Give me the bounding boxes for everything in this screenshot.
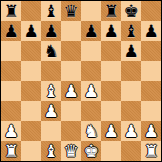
piece-black-pawn[interactable]: ♟ [23, 21, 38, 41]
square-h7[interactable]: ♟ [141, 21, 161, 41]
piece-white-pawn[interactable]: ♟ [123, 121, 138, 141]
piece-white-bishop[interactable]: ♝ [43, 81, 58, 101]
chess-board-frame: ♜♝♛♜♚♟♟♟♟♟♝♟♞♟♝♟♟♟♟♞♟♟♟♜♝♛♚♜ [0, 0, 162, 162]
piece-black-queen[interactable]: ♛ [63, 1, 78, 21]
square-e6[interactable] [81, 41, 101, 61]
piece-black-bishop[interactable]: ♝ [43, 1, 58, 21]
piece-black-pawn[interactable]: ♟ [83, 21, 98, 41]
square-f4[interactable] [101, 81, 121, 101]
square-d2[interactable] [61, 121, 81, 141]
square-e1[interactable]: ♚ [81, 141, 101, 161]
square-f5[interactable] [101, 61, 121, 81]
square-h5[interactable] [141, 61, 161, 81]
square-f7[interactable]: ♟ [101, 21, 121, 41]
piece-black-bishop[interactable]: ♝ [123, 21, 138, 41]
square-c3[interactable]: ♟ [41, 101, 61, 121]
square-e3[interactable] [81, 101, 101, 121]
piece-white-pawn[interactable]: ♟ [103, 121, 118, 141]
piece-black-king[interactable]: ♚ [123, 1, 138, 21]
square-a8[interactable]: ♜ [1, 1, 21, 21]
square-a1[interactable]: ♜ [1, 141, 21, 161]
square-h8[interactable] [141, 1, 161, 21]
square-d6[interactable] [61, 41, 81, 61]
square-e4[interactable]: ♟ [81, 81, 101, 101]
piece-white-king[interactable]: ♚ [83, 141, 98, 161]
square-f2[interactable]: ♟ [101, 121, 121, 141]
square-b4[interactable] [21, 81, 41, 101]
piece-white-pawn[interactable]: ♟ [143, 121, 158, 141]
piece-black-pawn[interactable]: ♟ [43, 21, 58, 41]
piece-black-pawn[interactable]: ♟ [123, 41, 138, 61]
piece-black-pawn[interactable]: ♟ [103, 21, 118, 41]
square-f3[interactable] [101, 101, 121, 121]
square-d1[interactable]: ♛ [61, 141, 81, 161]
square-h4[interactable] [141, 81, 161, 101]
square-g6[interactable]: ♟ [121, 41, 141, 61]
square-d3[interactable] [61, 101, 81, 121]
square-e8[interactable] [81, 1, 101, 21]
square-h2[interactable]: ♟ [141, 121, 161, 141]
piece-black-rook[interactable]: ♜ [103, 1, 118, 21]
square-f8[interactable]: ♜ [101, 1, 121, 21]
piece-black-rook[interactable]: ♜ [3, 1, 18, 21]
square-e2[interactable]: ♞ [81, 121, 101, 141]
square-a3[interactable] [1, 101, 21, 121]
square-c2[interactable] [41, 121, 61, 141]
square-a7[interactable]: ♟ [1, 21, 21, 41]
piece-white-knight[interactable]: ♞ [83, 121, 98, 141]
square-d7[interactable] [61, 21, 81, 41]
piece-white-pawn[interactable]: ♟ [83, 81, 98, 101]
piece-black-pawn[interactable]: ♟ [3, 21, 18, 41]
piece-white-pawn[interactable]: ♟ [63, 81, 78, 101]
square-b6[interactable] [21, 41, 41, 61]
square-d5[interactable] [61, 61, 81, 81]
square-g1[interactable] [121, 141, 141, 161]
square-c5[interactable] [41, 61, 61, 81]
chess-board: ♜♝♛♜♚♟♟♟♟♟♝♟♞♟♝♟♟♟♟♞♟♟♟♜♝♛♚♜ [1, 1, 161, 161]
square-h1[interactable]: ♜ [141, 141, 161, 161]
square-c1[interactable]: ♝ [41, 141, 61, 161]
square-g4[interactable] [121, 81, 141, 101]
square-c6[interactable]: ♞ [41, 41, 61, 61]
piece-black-pawn[interactable]: ♟ [143, 21, 158, 41]
square-d4[interactable]: ♟ [61, 81, 81, 101]
piece-white-queen[interactable]: ♛ [63, 141, 78, 161]
square-c7[interactable]: ♟ [41, 21, 61, 41]
square-g7[interactable]: ♝ [121, 21, 141, 41]
square-b8[interactable] [21, 1, 41, 21]
square-g3[interactable] [121, 101, 141, 121]
square-e7[interactable]: ♟ [81, 21, 101, 41]
square-b5[interactable] [21, 61, 41, 81]
piece-white-rook[interactable]: ♜ [3, 141, 18, 161]
square-h3[interactable] [141, 101, 161, 121]
piece-white-pawn[interactable]: ♟ [43, 101, 58, 121]
square-a4[interactable] [1, 81, 21, 101]
square-a5[interactable] [1, 61, 21, 81]
piece-white-pawn[interactable]: ♟ [3, 121, 18, 141]
square-g5[interactable] [121, 61, 141, 81]
square-b3[interactable] [21, 101, 41, 121]
square-c8[interactable]: ♝ [41, 1, 61, 21]
square-a6[interactable] [1, 41, 21, 61]
square-h6[interactable] [141, 41, 161, 61]
piece-white-rook[interactable]: ♜ [143, 141, 158, 161]
square-g8[interactable]: ♚ [121, 1, 141, 21]
piece-black-knight[interactable]: ♞ [43, 41, 58, 61]
square-b2[interactable] [21, 121, 41, 141]
square-c4[interactable]: ♝ [41, 81, 61, 101]
piece-white-bishop[interactable]: ♝ [43, 141, 58, 161]
square-a2[interactable]: ♟ [1, 121, 21, 141]
square-e5[interactable] [81, 61, 101, 81]
square-f6[interactable] [101, 41, 121, 61]
square-b1[interactable] [21, 141, 41, 161]
square-g2[interactable]: ♟ [121, 121, 141, 141]
square-d8[interactable]: ♛ [61, 1, 81, 21]
square-b7[interactable]: ♟ [21, 21, 41, 41]
square-f1[interactable] [101, 141, 121, 161]
